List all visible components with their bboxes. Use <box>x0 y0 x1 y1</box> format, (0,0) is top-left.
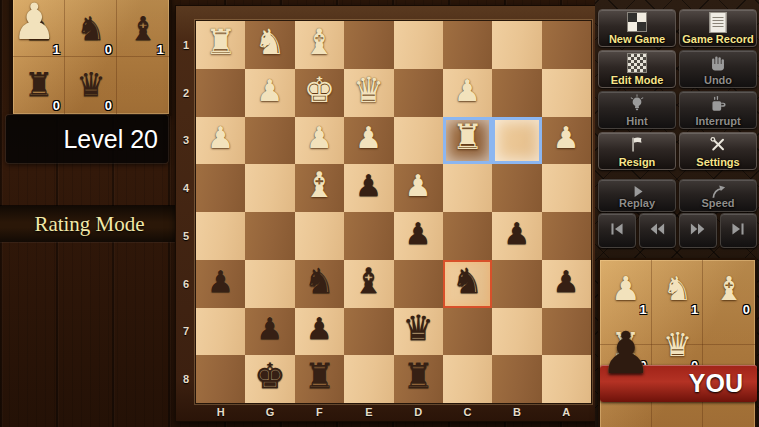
resign-label: Resign <box>599 156 675 168</box>
edit-mode-icon <box>627 53 647 73</box>
rank-labels: 12345678 <box>176 21 196 403</box>
speed-label: Speed <box>680 197 756 209</box>
square-a4[interactable] <box>542 164 591 212</box>
game-record-button[interactable]: Game Record <box>679 9 757 47</box>
rank-label-6: 6 <box>176 260 196 308</box>
square-a2[interactable] <box>542 69 591 117</box>
hand-icon <box>709 53 728 76</box>
media-buttons <box>598 213 757 248</box>
square-c1[interactable] <box>443 21 492 69</box>
file-label-b: B <box>492 403 541 421</box>
bulb-icon <box>628 94 647 117</box>
settings-label: Settings <box>680 156 756 168</box>
square-b5[interactable]: ♟ <box>492 212 541 260</box>
skip-start-icon <box>607 219 626 242</box>
square-f8[interactable]: ♜ <box>295 355 344 403</box>
captured-black-rook: ♜0 <box>13 58 65 114</box>
black-rook[interactable]: ♜ <box>394 360 443 395</box>
square-a6[interactable]: ♟ <box>542 260 591 308</box>
square-g4[interactable] <box>245 164 294 212</box>
square-h6[interactable]: ♟ <box>196 260 245 308</box>
square-d7[interactable]: ♛ <box>394 308 443 356</box>
white-pawn[interactable]: ♟ <box>443 76 492 106</box>
rank-label-4: 4 <box>176 164 196 212</box>
white-rook[interactable]: ♜ <box>196 25 245 60</box>
rank-label-1: 1 <box>176 21 196 69</box>
file-label-d: D <box>394 403 443 421</box>
game-record-icon <box>710 12 727 33</box>
captured-count: 1 <box>639 302 646 317</box>
white-pawn[interactable]: ♟ <box>394 171 443 201</box>
square-a8[interactable] <box>542 355 591 403</box>
file-label-g: G <box>245 403 294 421</box>
square-a5[interactable] <box>542 212 591 260</box>
square-c8[interactable] <box>443 355 492 403</box>
black-knight[interactable]: ♞ <box>443 264 492 299</box>
square-c6[interactable]: ♞ <box>443 260 492 308</box>
tools-icon <box>709 135 728 158</box>
player-label: YOU <box>689 365 743 402</box>
square-d6[interactable] <box>394 260 443 308</box>
replay-label: Replay <box>599 197 675 209</box>
white-pawn[interactable]: ♟ <box>542 124 591 154</box>
square-c7[interactable] <box>443 308 492 356</box>
square-e7[interactable] <box>344 308 393 356</box>
square-e1[interactable] <box>344 21 393 69</box>
rank-label-2: 2 <box>176 69 196 117</box>
square-h4[interactable] <box>196 164 245 212</box>
white-pawn[interactable]: ♟ <box>196 124 245 154</box>
file-label-a: A <box>542 403 591 421</box>
square-e5[interactable] <box>344 212 393 260</box>
rank-label-5: 5 <box>176 212 196 260</box>
square-e8[interactable] <box>344 355 393 403</box>
square-e3[interactable]: ♟ <box>344 117 393 165</box>
square-d4[interactable]: ♟ <box>394 164 443 212</box>
white-king[interactable]: ♚ <box>295 73 344 108</box>
skip-end-icon <box>729 219 748 242</box>
square-d5[interactable]: ♟ <box>394 212 443 260</box>
black-queen[interactable]: ♛ <box>394 312 443 347</box>
rank-label-3: 3 <box>176 117 196 165</box>
black-pawn[interactable]: ♟ <box>394 219 443 249</box>
replay-buttons: ReplaySpeed <box>598 179 757 212</box>
square-h5[interactable] <box>196 212 245 260</box>
white-bishop[interactable]: ♝ <box>295 169 344 204</box>
white-pawn-icon: ♟ <box>12 0 57 52</box>
square-h8[interactable] <box>196 355 245 403</box>
white-bishop[interactable]: ♝ <box>295 25 344 60</box>
file-label-f: F <box>295 403 344 421</box>
square-g5[interactable] <box>245 212 294 260</box>
hint-label: Hint <box>599 115 675 127</box>
square-e2[interactable]: ♛ <box>344 69 393 117</box>
square-d8[interactable]: ♜ <box>394 355 443 403</box>
square-a7[interactable] <box>542 308 591 356</box>
square-a1[interactable] <box>542 21 591 69</box>
forward-icon <box>688 219 707 242</box>
rank-label-8: 8 <box>176 355 196 403</box>
captured-count: 1 <box>691 302 698 317</box>
white-knight-icon: ♞ <box>663 272 693 305</box>
edit-mode-button[interactable]: Edit Mode <box>598 50 676 88</box>
white-bishop-icon: ♝ <box>714 272 744 305</box>
mug-icon <box>709 94 728 117</box>
black-bishop[interactable]: ♝ <box>344 264 393 299</box>
menu-buttons: New GameGame RecordEdit ModeUndoHintInte… <box>598 9 757 170</box>
black-pawn[interactable]: ♟ <box>542 267 591 297</box>
square-c5[interactable] <box>443 212 492 260</box>
black-king[interactable]: ♚ <box>245 360 294 395</box>
square-f5[interactable] <box>295 212 344 260</box>
new-game-icon <box>627 12 647 32</box>
captured-black-queen: ♛0 <box>65 58 117 114</box>
white-queen[interactable]: ♛ <box>344 73 393 108</box>
black-pawn[interactable]: ♟ <box>492 219 541 249</box>
engine-level-label: Level 20 <box>63 115 158 163</box>
captured-count: 0 <box>53 98 60 113</box>
square-b8[interactable] <box>492 355 541 403</box>
square-b6[interactable] <box>492 260 541 308</box>
square-b1[interactable] <box>492 21 541 69</box>
square-c3[interactable]: ♜ <box>443 117 492 165</box>
square-f2[interactable]: ♚ <box>295 69 344 117</box>
square-f4[interactable]: ♝ <box>295 164 344 212</box>
square-d2[interactable] <box>394 69 443 117</box>
captured-count: 1 <box>157 42 164 57</box>
black-pawn[interactable]: ♟ <box>295 315 344 345</box>
resign-button[interactable]: Resign <box>598 132 676 170</box>
square-f7[interactable]: ♟ <box>295 308 344 356</box>
square-h2[interactable] <box>196 69 245 117</box>
rank-label-7: 7 <box>176 308 196 356</box>
black-pawn-icon: ♟ <box>600 318 652 388</box>
black-pawn[interactable]: ♟ <box>344 171 393 201</box>
speed-button[interactable]: Speed <box>679 179 757 212</box>
file-label-h: H <box>196 403 245 421</box>
settings-button[interactable]: Settings <box>679 132 757 170</box>
square-h3[interactable]: ♟ <box>196 117 245 165</box>
black-pawn[interactable]: ♟ <box>196 267 245 297</box>
square-g6[interactable] <box>245 260 294 308</box>
square-h1[interactable]: ♜ <box>196 21 245 69</box>
new-game-button[interactable]: New Game <box>598 9 676 47</box>
black-rook-icon: ♜ <box>24 68 54 101</box>
board-grid: ♜♞♝♟♚♛♟♟♟♟♜♟♝♟♟♟♟♟♞♝♞♟♟♟♛♚♜♜ <box>196 21 591 403</box>
square-f3[interactable]: ♟ <box>295 117 344 165</box>
square-b3[interactable] <box>492 117 541 165</box>
rating-mode-label: Rating Mode <box>0 206 179 242</box>
skip-to-end-button[interactable] <box>720 213 758 248</box>
square-b7[interactable] <box>492 308 541 356</box>
interrupt-button[interactable]: Interrupt <box>679 91 757 129</box>
file-labels: HGFEDCBA <box>196 403 591 421</box>
black-knight[interactable]: ♞ <box>295 264 344 299</box>
white-queen-icon: ♛ <box>663 328 693 361</box>
chess-board: 12345678 HGFEDCBA ♜♞♝♟♚♛♟♟♟♟♜♟♝♟♟♟♟♟♞♝♞♟… <box>175 5 596 422</box>
square-g8[interactable]: ♚ <box>245 355 294 403</box>
captured-count: 0 <box>105 98 112 113</box>
white-knight[interactable]: ♞ <box>245 25 294 60</box>
white-rook[interactable]: ♜ <box>443 121 492 156</box>
edit-mode-label: Edit Mode <box>599 74 675 86</box>
captured-black-bishop: ♝1 <box>117 2 169 58</box>
flag-icon <box>628 135 647 158</box>
white-pawn[interactable]: ♟ <box>344 124 393 154</box>
engine-level-bar: Level 20 <box>6 115 168 163</box>
square-a3[interactable]: ♟ <box>542 117 591 165</box>
captured-white-pawn: ♟1 <box>600 262 652 318</box>
square-d3[interactable] <box>394 117 443 165</box>
captured-black-knight: ♞0 <box>65 2 117 58</box>
black-queen-icon: ♛ <box>76 68 106 101</box>
square-g7[interactable]: ♟ <box>245 308 294 356</box>
interrupt-label: Interrupt <box>680 115 756 127</box>
rating-mode-bar: Rating Mode <box>0 206 179 242</box>
captured-count: 0 <box>743 302 750 317</box>
square-d1[interactable] <box>394 21 443 69</box>
replay-button[interactable]: Replay <box>598 179 676 212</box>
captured-white-knight: ♞1 <box>652 262 704 318</box>
white-pawn[interactable]: ♟ <box>295 124 344 154</box>
rewind-icon <box>648 219 667 242</box>
square-f1[interactable]: ♝ <box>295 21 344 69</box>
square-e6[interactable]: ♝ <box>344 260 393 308</box>
square-g2[interactable]: ♟ <box>245 69 294 117</box>
game-record-label: Game Record <box>680 33 756 45</box>
undo-button[interactable]: Undo <box>679 50 757 88</box>
white-pawn-icon: ♟ <box>611 272 641 305</box>
captured-count: 0 <box>105 42 112 57</box>
fast-forward-button[interactable] <box>679 213 717 248</box>
square-h7[interactable] <box>196 308 245 356</box>
skip-to-start-button[interactable] <box>598 213 636 248</box>
file-label-e: E <box>344 403 393 421</box>
square-c2[interactable]: ♟ <box>443 69 492 117</box>
white-pawn[interactable]: ♟ <box>245 76 294 106</box>
square-b2[interactable] <box>492 69 541 117</box>
square-b4[interactable] <box>492 164 541 212</box>
undo-label: Undo <box>680 74 756 86</box>
black-rook[interactable]: ♜ <box>295 360 344 395</box>
rewind-button[interactable] <box>639 213 677 248</box>
square-f6[interactable]: ♞ <box>295 260 344 308</box>
square-e4[interactable]: ♟ <box>344 164 393 212</box>
square-g1[interactable]: ♞ <box>245 21 294 69</box>
black-knight-icon: ♞ <box>76 12 106 45</box>
file-label-c: C <box>443 403 492 421</box>
square-c4[interactable] <box>443 164 492 212</box>
hint-button[interactable]: Hint <box>598 91 676 129</box>
black-pawn[interactable]: ♟ <box>245 315 294 345</box>
square-g3[interactable] <box>245 117 294 165</box>
captured-white-bishop: ♝0 <box>703 262 755 318</box>
black-bishop-icon: ♝ <box>128 12 158 45</box>
new-game-label: New Game <box>599 33 675 45</box>
